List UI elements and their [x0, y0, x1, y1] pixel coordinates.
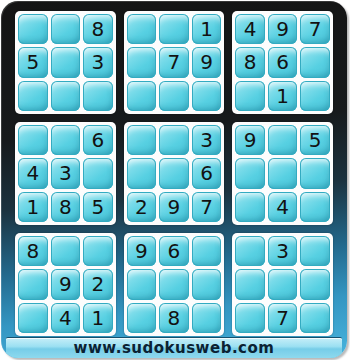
cell-r3c4[interactable] — [127, 81, 157, 111]
cell-r3c1[interactable] — [18, 81, 48, 111]
cell-r5c1[interactable]: 4 — [18, 158, 48, 188]
sudoku-board: 853179497861643185362979548924196837 — [15, 11, 333, 336]
cell-r5c8[interactable] — [268, 158, 298, 188]
cell-r9c9[interactable] — [300, 303, 330, 333]
cell-r8c8[interactable] — [268, 269, 298, 299]
cell-r6c2[interactable]: 8 — [51, 192, 81, 222]
cell-r8c3[interactable]: 2 — [83, 269, 113, 299]
cell-r6c7[interactable] — [235, 192, 265, 222]
cell-r6c1[interactable]: 1 — [18, 192, 48, 222]
cell-r8c1[interactable] — [18, 269, 48, 299]
cell-r4c2[interactable] — [51, 125, 81, 155]
cell-r9c3[interactable]: 1 — [83, 303, 113, 333]
cell-r2c3[interactable]: 3 — [83, 47, 113, 77]
cell-r5c2[interactable]: 3 — [51, 158, 81, 188]
site-url: www.sudokusweb.com — [74, 339, 275, 357]
cell-r7c1[interactable]: 8 — [18, 236, 48, 266]
cell-r1c4[interactable] — [127, 14, 157, 44]
cell-r3c8[interactable]: 1 — [268, 81, 298, 111]
cell-r9c4[interactable] — [127, 303, 157, 333]
cell-r9c6[interactable] — [192, 303, 222, 333]
cell-r3c6[interactable] — [192, 81, 222, 111]
cell-r2c9[interactable] — [300, 47, 330, 77]
cell-r5c9[interactable] — [300, 158, 330, 188]
cell-r4c1[interactable] — [18, 125, 48, 155]
cell-r6c8[interactable]: 4 — [268, 192, 298, 222]
cell-r9c7[interactable] — [235, 303, 265, 333]
cell-r7c2[interactable] — [51, 236, 81, 266]
cell-r4c4[interactable] — [127, 125, 157, 155]
cell-r4c5[interactable] — [159, 125, 189, 155]
cell-r7c7[interactable] — [235, 236, 265, 266]
puzzle-frame: 853179497861643185362979548924196837 www… — [1, 1, 347, 358]
cell-r7c8[interactable]: 3 — [268, 236, 298, 266]
cell-r8c9[interactable] — [300, 269, 330, 299]
cell-r8c6[interactable] — [192, 269, 222, 299]
cell-r8c5[interactable] — [159, 269, 189, 299]
cell-r8c4[interactable] — [127, 269, 157, 299]
cell-r5c6[interactable]: 6 — [192, 158, 222, 188]
box-r2c2: 36297 — [124, 122, 225, 225]
cell-r6c9[interactable] — [300, 192, 330, 222]
cell-r3c3[interactable] — [83, 81, 113, 111]
cell-r7c3[interactable] — [83, 236, 113, 266]
cell-r2c1[interactable]: 5 — [18, 47, 48, 77]
cell-r6c4[interactable]: 2 — [127, 192, 157, 222]
cell-r1c2[interactable] — [51, 14, 81, 44]
box-r1c1: 853 — [15, 11, 116, 114]
box-r1c3: 497861 — [232, 11, 333, 114]
cell-r7c9[interactable] — [300, 236, 330, 266]
cell-r9c2[interactable]: 4 — [51, 303, 81, 333]
box-r1c2: 179 — [124, 11, 225, 114]
cell-r4c6[interactable]: 3 — [192, 125, 222, 155]
cell-r2c5[interactable]: 7 — [159, 47, 189, 77]
cell-r1c5[interactable] — [159, 14, 189, 44]
cell-r5c5[interactable] — [159, 158, 189, 188]
cell-r2c8[interactable]: 6 — [268, 47, 298, 77]
box-r3c2: 968 — [124, 233, 225, 336]
cell-r2c4[interactable] — [127, 47, 157, 77]
cell-r4c9[interactable]: 5 — [300, 125, 330, 155]
cell-r5c7[interactable] — [235, 158, 265, 188]
box-r2c1: 643185 — [15, 122, 116, 225]
cell-r6c3[interactable]: 5 — [83, 192, 113, 222]
cell-r8c7[interactable] — [235, 269, 265, 299]
box-r3c3: 37 — [232, 233, 333, 336]
cell-r2c7[interactable]: 8 — [235, 47, 265, 77]
cell-r1c6[interactable]: 1 — [192, 14, 222, 44]
cell-r1c7[interactable]: 4 — [235, 14, 265, 44]
cell-r6c5[interactable]: 9 — [159, 192, 189, 222]
cell-r9c8[interactable]: 7 — [268, 303, 298, 333]
cell-r5c4[interactable] — [127, 158, 157, 188]
cell-r6c6[interactable]: 7 — [192, 192, 222, 222]
box-r2c3: 954 — [232, 122, 333, 225]
box-r3c1: 89241 — [15, 233, 116, 336]
cell-r3c7[interactable] — [235, 81, 265, 111]
cell-r1c1[interactable] — [18, 14, 48, 44]
footer-bar: www.sudokusweb.com — [6, 337, 342, 358]
cell-r9c1[interactable] — [18, 303, 48, 333]
cell-r2c6[interactable]: 9 — [192, 47, 222, 77]
cell-r7c5[interactable]: 6 — [159, 236, 189, 266]
cell-r1c9[interactable]: 7 — [300, 14, 330, 44]
cell-r5c3[interactable] — [83, 158, 113, 188]
cell-r3c5[interactable] — [159, 81, 189, 111]
cell-r4c7[interactable]: 9 — [235, 125, 265, 155]
cell-r4c8[interactable] — [268, 125, 298, 155]
cell-r9c5[interactable]: 8 — [159, 303, 189, 333]
cell-r1c8[interactable]: 9 — [268, 14, 298, 44]
cell-r2c2[interactable] — [51, 47, 81, 77]
cell-r1c3[interactable]: 8 — [83, 14, 113, 44]
cell-r8c2[interactable]: 9 — [51, 269, 81, 299]
cell-r4c3[interactable]: 6 — [83, 125, 113, 155]
cell-r7c6[interactable] — [192, 236, 222, 266]
cell-r7c4[interactable]: 9 — [127, 236, 157, 266]
cell-r3c9[interactable] — [300, 81, 330, 111]
cell-r3c2[interactable] — [51, 81, 81, 111]
sudoku-page: 853179497861643185362979548924196837 www… — [0, 0, 350, 360]
